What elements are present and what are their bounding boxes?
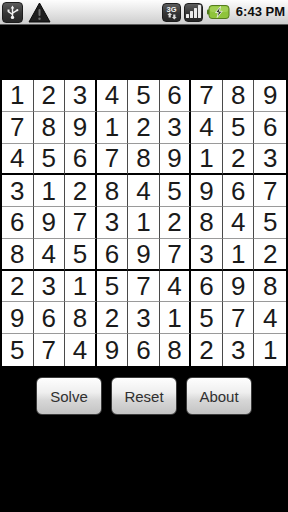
sudoku-cell-r6c9[interactable]: 2 <box>254 239 286 271</box>
sudoku-cell-r7c3[interactable]: 1 <box>65 271 97 303</box>
sudoku-cell-r7c2[interactable]: 3 <box>34 271 66 303</box>
sudoku-cell-r4c2[interactable]: 1 <box>34 175 66 207</box>
sudoku-cell-r5c8[interactable]: 4 <box>223 207 255 239</box>
solve-button[interactable]: Solve <box>36 377 102 415</box>
sudoku-cell-r3c7[interactable]: 1 <box>191 144 223 176</box>
about-button[interactable]: About <box>186 377 252 415</box>
sudoku-cell-r5c7[interactable]: 8 <box>191 207 223 239</box>
sudoku-cell-r7c5[interactable]: 7 <box>128 271 160 303</box>
sudoku-cell-r5c6[interactable]: 2 <box>160 207 192 239</box>
sudoku-cell-r8c6[interactable]: 1 <box>160 302 192 334</box>
sudoku-cell-r1c6[interactable]: 6 <box>160 80 192 112</box>
sudoku-cell-r3c1[interactable]: 4 <box>2 144 34 176</box>
sudoku-cell-r8c2[interactable]: 6 <box>34 302 66 334</box>
sudoku-cell-r7c8[interactable]: 9 <box>223 271 255 303</box>
sudoku-cell-r8c1[interactable]: 9 <box>2 302 34 334</box>
sudoku-cell-r4c1[interactable]: 3 <box>2 175 34 207</box>
sudoku-cell-r3c8[interactable]: 2 <box>223 144 255 176</box>
sudoku-cell-r4c6[interactable]: 5 <box>160 175 192 207</box>
sudoku-cell-r2c7[interactable]: 4 <box>191 112 223 144</box>
sudoku-cell-r4c5[interactable]: 4 <box>128 175 160 207</box>
sudoku-cell-r4c8[interactable]: 6 <box>223 175 255 207</box>
status-bar: 3G 6:43 PM <box>0 0 288 25</box>
button-row: Solve Reset About <box>0 377 288 415</box>
sudoku-cell-r7c1[interactable]: 2 <box>2 271 34 303</box>
sudoku-cell-r3c5[interactable]: 8 <box>128 144 160 176</box>
sudoku-cell-r7c4[interactable]: 5 <box>97 271 129 303</box>
sudoku-cell-r6c3[interactable]: 5 <box>65 239 97 271</box>
sudoku-cell-r2c8[interactable]: 5 <box>223 112 255 144</box>
signal-bar-4 <box>198 5 201 18</box>
sudoku-cell-r2c6[interactable]: 3 <box>160 112 192 144</box>
sudoku-cell-r7c7[interactable]: 6 <box>191 271 223 303</box>
sudoku-cell-r9c4[interactable]: 9 <box>97 334 129 366</box>
status-bar-right-icons: 3G 6:43 PM <box>162 0 288 24</box>
signal-bar-3 <box>194 8 197 18</box>
sudoku-cell-r4c9[interactable]: 7 <box>254 175 286 207</box>
sudoku-cell-r4c4[interactable]: 8 <box>97 175 129 207</box>
sudoku-cell-r9c5[interactable]: 6 <box>128 334 160 366</box>
sudoku-board: 1234567897891234564567891233128459676973… <box>0 78 288 368</box>
warning-icon <box>28 2 51 23</box>
sudoku-cell-r9c1[interactable]: 5 <box>2 334 34 366</box>
sudoku-cell-r7c9[interactable]: 8 <box>254 271 286 303</box>
sudoku-cell-r5c3[interactable]: 7 <box>65 207 97 239</box>
sudoku-cell-r6c7[interactable]: 3 <box>191 239 223 271</box>
sudoku-cell-r3c2[interactable]: 5 <box>34 144 66 176</box>
sudoku-cell-r3c9[interactable]: 3 <box>254 144 286 176</box>
reset-button[interactable]: Reset <box>111 377 177 415</box>
sudoku-cell-r5c9[interactable]: 5 <box>254 207 286 239</box>
sudoku-cell-r1c5[interactable]: 5 <box>128 80 160 112</box>
sudoku-cell-r6c5[interactable]: 9 <box>128 239 160 271</box>
sudoku-cell-r9c2[interactable]: 7 <box>34 334 66 366</box>
sudoku-cell-r2c5[interactable]: 2 <box>128 112 160 144</box>
sudoku-cell-r5c1[interactable]: 6 <box>2 207 34 239</box>
sudoku-cell-r2c3[interactable]: 9 <box>65 112 97 144</box>
sudoku-cell-r3c4[interactable]: 7 <box>97 144 129 176</box>
sudoku-cell-r6c2[interactable]: 4 <box>34 239 66 271</box>
battery-charging-icon <box>206 4 230 20</box>
sudoku-cell-r2c4[interactable]: 1 <box>97 112 129 144</box>
sudoku-cell-r4c7[interactable]: 9 <box>191 175 223 207</box>
sudoku-cell-r1c8[interactable]: 8 <box>223 80 255 112</box>
sudoku-cell-r1c3[interactable]: 3 <box>65 80 97 112</box>
sudoku-cell-r9c8[interactable]: 3 <box>223 334 255 366</box>
sudoku-cell-r9c7[interactable]: 2 <box>191 334 223 366</box>
sudoku-cell-r8c8[interactable]: 7 <box>223 302 255 334</box>
sudoku-cell-r3c6[interactable]: 9 <box>160 144 192 176</box>
sudoku-cell-r4c3[interactable]: 2 <box>65 175 97 207</box>
sudoku-cell-r2c9[interactable]: 6 <box>254 112 286 144</box>
sudoku-cell-r6c4[interactable]: 6 <box>97 239 129 271</box>
signal-bar-1 <box>186 14 189 18</box>
sudoku-cell-r9c6[interactable]: 8 <box>160 334 192 366</box>
sudoku-cell-r8c4[interactable]: 2 <box>97 302 129 334</box>
sudoku-cell-r1c4[interactable]: 4 <box>97 80 129 112</box>
sudoku-cell-r7c6[interactable]: 4 <box>160 271 192 303</box>
sudoku-cell-r2c2[interactable]: 8 <box>34 112 66 144</box>
sudoku-cell-r5c2[interactable]: 9 <box>34 207 66 239</box>
sudoku-cell-r8c7[interactable]: 5 <box>191 302 223 334</box>
sudoku-cell-r5c5[interactable]: 1 <box>128 207 160 239</box>
sudoku-cell-r8c5[interactable]: 3 <box>128 302 160 334</box>
sudoku-cell-r1c7[interactable]: 7 <box>191 80 223 112</box>
data-3g-icon: 3G <box>162 3 181 22</box>
sudoku-cell-r1c9[interactable]: 9 <box>254 80 286 112</box>
sudoku-cell-r6c8[interactable]: 1 <box>223 239 255 271</box>
sudoku-cell-r9c3[interactable]: 4 <box>65 334 97 366</box>
signal-bar-2 <box>190 11 193 18</box>
sudoku-cell-r6c1[interactable]: 8 <box>2 239 34 271</box>
sudoku-cell-r6c6[interactable]: 7 <box>160 239 192 271</box>
data-3g-label: 3G <box>166 5 176 14</box>
status-bar-left-icons <box>0 2 51 23</box>
sudoku-cell-r1c2[interactable]: 2 <box>34 80 66 112</box>
signal-strength-icon <box>184 3 203 22</box>
sudoku-cell-r3c3[interactable]: 6 <box>65 144 97 176</box>
sudoku-cell-r5c4[interactable]: 3 <box>97 207 129 239</box>
sudoku-cell-r1c1[interactable]: 1 <box>2 80 34 112</box>
sudoku-cell-r8c3[interactable]: 8 <box>65 302 97 334</box>
sudoku-cell-r9c9[interactable]: 1 <box>254 334 286 366</box>
status-bar-clock: 6:43 PM <box>233 0 285 24</box>
sudoku-cell-r8c9[interactable]: 4 <box>254 302 286 334</box>
usb-icon <box>2 2 23 23</box>
sudoku-cell-r2c1[interactable]: 7 <box>2 112 34 144</box>
